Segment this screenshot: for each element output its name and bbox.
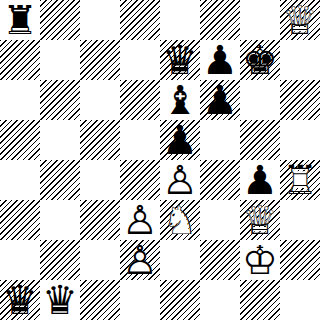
square-f3[interactable] bbox=[200, 200, 240, 240]
piece-black-king[interactable]: ♚ bbox=[240, 40, 280, 80]
square-b1[interactable]: ♛ bbox=[40, 280, 80, 320]
square-f5[interactable] bbox=[200, 120, 240, 160]
square-b3[interactable] bbox=[40, 200, 80, 240]
black-bishop-glyph: ♝ bbox=[160, 80, 200, 120]
black-pawn-glyph: ♟ bbox=[200, 40, 240, 80]
square-d5[interactable] bbox=[120, 120, 160, 160]
square-c4[interactable] bbox=[80, 160, 120, 200]
square-b5[interactable] bbox=[40, 120, 80, 160]
white-pawn-outline-layer: ♙ bbox=[120, 240, 160, 280]
square-a3[interactable] bbox=[0, 200, 40, 240]
square-e4[interactable]: ♟♙ bbox=[160, 160, 200, 200]
piece-white-king[interactable]: ♚♔ bbox=[240, 240, 280, 280]
square-g3[interactable]: ♛♕ bbox=[240, 200, 280, 240]
white-knight-outline-layer: ♘ bbox=[160, 200, 200, 240]
square-d2[interactable]: ♟♙ bbox=[120, 240, 160, 280]
square-e5[interactable]: ♟ bbox=[160, 120, 200, 160]
square-f6[interactable]: ♟ bbox=[200, 80, 240, 120]
piece-white-pawn[interactable]: ♟♙ bbox=[120, 200, 160, 240]
square-h3[interactable] bbox=[280, 200, 320, 240]
square-h4[interactable]: ♜♖ bbox=[280, 160, 320, 200]
square-f7[interactable]: ♟ bbox=[200, 40, 240, 80]
piece-white-queen[interactable]: ♛♕ bbox=[280, 0, 320, 40]
square-e1[interactable] bbox=[160, 280, 200, 320]
square-d6[interactable] bbox=[120, 80, 160, 120]
square-b7[interactable] bbox=[40, 40, 80, 80]
square-e3[interactable]: ♞♘ bbox=[160, 200, 200, 240]
square-e8[interactable] bbox=[160, 0, 200, 40]
white-pawn-outline-layer: ♙ bbox=[120, 200, 160, 240]
black-king-glyph: ♚ bbox=[240, 40, 280, 80]
piece-black-rook[interactable]: ♜ bbox=[0, 0, 40, 40]
piece-black-pawn[interactable]: ♟ bbox=[240, 160, 280, 200]
black-queen-glyph: ♛ bbox=[40, 280, 80, 320]
square-e2[interactable] bbox=[160, 240, 200, 280]
piece-white-queen[interactable]: ♛♕ bbox=[240, 200, 280, 240]
square-d1[interactable] bbox=[120, 280, 160, 320]
square-e6[interactable]: ♝ bbox=[160, 80, 200, 120]
square-b2[interactable] bbox=[40, 240, 80, 280]
square-a1[interactable]: ♛ bbox=[0, 280, 40, 320]
piece-black-pawn[interactable]: ♟ bbox=[200, 40, 240, 80]
square-d3[interactable]: ♟♙ bbox=[120, 200, 160, 240]
piece-black-queen[interactable]: ♛ bbox=[160, 40, 200, 80]
piece-white-knight[interactable]: ♞♘ bbox=[160, 200, 200, 240]
piece-white-pawn[interactable]: ♟♙ bbox=[120, 240, 160, 280]
square-h8[interactable]: ♛♕ bbox=[280, 0, 320, 40]
white-king-outline-layer: ♔ bbox=[240, 240, 280, 280]
piece-white-rook[interactable]: ♜♖ bbox=[280, 160, 320, 200]
square-a2[interactable] bbox=[0, 240, 40, 280]
square-g4[interactable]: ♟ bbox=[240, 160, 280, 200]
piece-black-pawn[interactable]: ♟ bbox=[200, 80, 240, 120]
chess-board-wrapper: ♜♛♕♛♟♚♝♟♟♟♙♟♜♖♟♙♞♘♛♕♟♙♚♔♛♛ bbox=[0, 0, 320, 320]
white-rook-outline-layer: ♖ bbox=[280, 160, 320, 200]
square-g8[interactable] bbox=[240, 0, 280, 40]
white-queen-outline-layer: ♕ bbox=[280, 0, 320, 40]
black-pawn-glyph: ♟ bbox=[160, 120, 200, 160]
square-f1[interactable] bbox=[200, 280, 240, 320]
square-a6[interactable] bbox=[0, 80, 40, 120]
square-d4[interactable] bbox=[120, 160, 160, 200]
black-queen-glyph: ♛ bbox=[0, 280, 40, 320]
square-b8[interactable] bbox=[40, 0, 80, 40]
square-f8[interactable] bbox=[200, 0, 240, 40]
black-rook-glyph: ♜ bbox=[0, 0, 40, 40]
square-a7[interactable] bbox=[0, 40, 40, 80]
square-c7[interactable] bbox=[80, 40, 120, 80]
square-h1[interactable] bbox=[280, 280, 320, 320]
square-g7[interactable]: ♚ bbox=[240, 40, 280, 80]
square-c5[interactable] bbox=[80, 120, 120, 160]
square-a5[interactable] bbox=[0, 120, 40, 160]
piece-white-pawn[interactable]: ♟♙ bbox=[160, 160, 200, 200]
square-d8[interactable] bbox=[120, 0, 160, 40]
piece-black-queen[interactable]: ♛ bbox=[40, 280, 80, 320]
black-pawn-glyph: ♟ bbox=[240, 160, 280, 200]
square-a8[interactable]: ♜ bbox=[0, 0, 40, 40]
white-pawn-outline-layer: ♙ bbox=[160, 160, 200, 200]
chess-board: ♜♛♕♛♟♚♝♟♟♟♙♟♜♖♟♙♞♘♛♕♟♙♚♔♛♛ bbox=[0, 0, 320, 320]
square-h2[interactable] bbox=[280, 240, 320, 280]
square-h5[interactable] bbox=[280, 120, 320, 160]
square-g5[interactable] bbox=[240, 120, 280, 160]
square-c3[interactable] bbox=[80, 200, 120, 240]
square-b4[interactable] bbox=[40, 160, 80, 200]
square-f2[interactable] bbox=[200, 240, 240, 280]
piece-black-pawn[interactable]: ♟ bbox=[160, 120, 200, 160]
white-queen-outline-layer: ♕ bbox=[240, 200, 280, 240]
square-c8[interactable] bbox=[80, 0, 120, 40]
square-g2[interactable]: ♚♔ bbox=[240, 240, 280, 280]
square-g6[interactable] bbox=[240, 80, 280, 120]
square-h6[interactable] bbox=[280, 80, 320, 120]
black-pawn-glyph: ♟ bbox=[200, 80, 240, 120]
square-g1[interactable] bbox=[240, 280, 280, 320]
square-d7[interactable] bbox=[120, 40, 160, 80]
square-h7[interactable] bbox=[280, 40, 320, 80]
square-c1[interactable] bbox=[80, 280, 120, 320]
square-c2[interactable] bbox=[80, 240, 120, 280]
square-f4[interactable] bbox=[200, 160, 240, 200]
piece-black-queen[interactable]: ♛ bbox=[0, 280, 40, 320]
square-c6[interactable] bbox=[80, 80, 120, 120]
square-b6[interactable] bbox=[40, 80, 80, 120]
piece-black-bishop[interactable]: ♝ bbox=[160, 80, 200, 120]
black-queen-glyph: ♛ bbox=[160, 40, 200, 80]
square-a4[interactable] bbox=[0, 160, 40, 200]
square-e7[interactable]: ♛ bbox=[160, 40, 200, 80]
